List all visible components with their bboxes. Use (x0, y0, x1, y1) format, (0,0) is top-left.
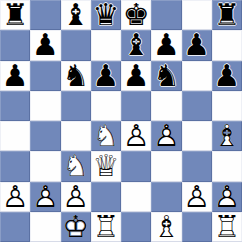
square-h2[interactable]: ♟♙ (212, 182, 242, 212)
chess-board: ♜♝♛♚♜♟♝♟♟♟♞♟♟♞♟♞♘♟♙♟♙♝♗♞♘♛♕♟♙♟♙♟♙♟♙♟♙♚♔♜… (0, 0, 242, 242)
square-c7[interactable] (61, 30, 91, 60)
square-e2[interactable] (121, 182, 151, 212)
square-f3[interactable] (151, 151, 181, 181)
white-pawn-outline-glyph: ♙ (61, 182, 91, 212)
piece-white-queen[interactable]: ♛♕ (91, 151, 121, 181)
piece-white-pawn[interactable]: ♟♙ (121, 121, 151, 151)
piece-black-pawn[interactable]: ♟ (151, 30, 181, 60)
square-f8[interactable] (151, 0, 181, 30)
piece-white-knight[interactable]: ♞♘ (91, 121, 121, 151)
square-b3[interactable] (30, 151, 60, 181)
black-rook-fill-glyph: ♜ (212, 0, 242, 30)
square-f2[interactable] (151, 182, 181, 212)
square-f4[interactable]: ♟♙ (151, 121, 181, 151)
piece-black-rook[interactable]: ♜ (0, 0, 30, 30)
black-pawn-fill-glyph: ♟ (30, 30, 60, 60)
piece-white-king[interactable]: ♚♔ (61, 212, 91, 242)
square-a5[interactable] (0, 91, 30, 121)
piece-white-pawn[interactable]: ♟♙ (182, 182, 212, 212)
black-king-fill-glyph: ♚ (121, 0, 151, 30)
black-pawn-fill-glyph: ♟ (0, 61, 30, 91)
piece-white-pawn[interactable]: ♟♙ (151, 121, 181, 151)
square-e1[interactable] (121, 212, 151, 242)
square-h6[interactable]: ♟ (212, 61, 242, 91)
piece-white-pawn[interactable]: ♟♙ (30, 182, 60, 212)
square-e4[interactable]: ♟♙ (121, 121, 151, 151)
black-rook-fill-glyph: ♜ (0, 0, 30, 30)
piece-black-knight[interactable]: ♞ (151, 61, 181, 91)
white-knight-outline-glyph: ♘ (91, 121, 121, 151)
white-pawn-outline-glyph: ♙ (121, 121, 151, 151)
square-g1[interactable] (182, 212, 212, 242)
square-c2[interactable]: ♟♙ (61, 182, 91, 212)
square-b8[interactable] (30, 0, 60, 30)
piece-black-knight[interactable]: ♞ (61, 61, 91, 91)
square-d7[interactable] (91, 30, 121, 60)
square-e7[interactable]: ♝ (121, 30, 151, 60)
square-c6[interactable]: ♞ (61, 61, 91, 91)
black-pawn-fill-glyph: ♟ (91, 61, 121, 91)
white-knight-outline-glyph: ♘ (61, 151, 91, 181)
piece-white-pawn[interactable]: ♟♙ (61, 182, 91, 212)
square-d2[interactable] (91, 182, 121, 212)
white-bishop-outline-glyph: ♗ (151, 212, 181, 242)
square-f1[interactable]: ♝♗ (151, 212, 181, 242)
piece-black-pawn[interactable]: ♟ (212, 61, 242, 91)
square-h4[interactable]: ♝♗ (212, 121, 242, 151)
square-b5[interactable] (30, 91, 60, 121)
piece-white-bishop[interactable]: ♝♗ (212, 121, 242, 151)
square-d4[interactable]: ♞♘ (91, 121, 121, 151)
square-e5[interactable] (121, 91, 151, 121)
black-knight-fill-glyph: ♞ (61, 61, 91, 91)
square-g4[interactable] (182, 121, 212, 151)
square-a3[interactable] (0, 151, 30, 181)
piece-black-pawn[interactable]: ♟ (91, 61, 121, 91)
black-pawn-fill-glyph: ♟ (182, 30, 212, 60)
square-g6[interactable] (182, 61, 212, 91)
square-g8[interactable] (182, 0, 212, 30)
square-d5[interactable] (91, 91, 121, 121)
square-g7[interactable]: ♟ (182, 30, 212, 60)
white-pawn-outline-glyph: ♙ (30, 182, 60, 212)
square-e3[interactable] (121, 151, 151, 181)
square-b6[interactable] (30, 61, 60, 91)
square-h7[interactable] (212, 30, 242, 60)
piece-white-rook[interactable]: ♜♖ (212, 212, 242, 242)
black-pawn-fill-glyph: ♟ (121, 61, 151, 91)
white-rook-outline-glyph: ♖ (212, 212, 242, 242)
piece-black-rook[interactable]: ♜ (212, 0, 242, 30)
square-a2[interactable]: ♟♙ (0, 182, 30, 212)
square-a8[interactable]: ♜ (0, 0, 30, 30)
square-h5[interactable] (212, 91, 242, 121)
piece-black-bishop[interactable]: ♝ (61, 0, 91, 30)
square-d6[interactable]: ♟ (91, 61, 121, 91)
square-c5[interactable] (61, 91, 91, 121)
square-g2[interactable]: ♟♙ (182, 182, 212, 212)
black-bishop-fill-glyph: ♝ (121, 30, 151, 60)
square-g3[interactable] (182, 151, 212, 181)
white-king-outline-glyph: ♔ (61, 212, 91, 242)
piece-white-rook[interactable]: ♜♖ (91, 212, 121, 242)
black-bishop-fill-glyph: ♝ (61, 0, 91, 30)
square-d1[interactable]: ♜♖ (91, 212, 121, 242)
square-b2[interactable]: ♟♙ (30, 182, 60, 212)
piece-black-pawn[interactable]: ♟ (30, 30, 60, 60)
black-knight-fill-glyph: ♞ (151, 61, 181, 91)
black-pawn-fill-glyph: ♟ (212, 61, 242, 91)
piece-white-knight[interactable]: ♞♘ (61, 151, 91, 181)
square-b4[interactable] (30, 121, 60, 151)
square-c3[interactable]: ♞♘ (61, 151, 91, 181)
square-f7[interactable]: ♟ (151, 30, 181, 60)
white-pawn-outline-glyph: ♙ (151, 121, 181, 151)
square-e6[interactable]: ♟ (121, 61, 151, 91)
square-e8[interactable]: ♚ (121, 0, 151, 30)
square-h3[interactable] (212, 151, 242, 181)
square-a4[interactable] (0, 121, 30, 151)
square-a6[interactable]: ♟ (0, 61, 30, 91)
square-d3[interactable]: ♛♕ (91, 151, 121, 181)
white-bishop-outline-glyph: ♗ (212, 121, 242, 151)
black-pawn-fill-glyph: ♟ (151, 30, 181, 60)
square-b7[interactable]: ♟ (30, 30, 60, 60)
white-queen-outline-glyph: ♕ (91, 151, 121, 181)
square-c4[interactable] (61, 121, 91, 151)
square-c8[interactable]: ♝ (61, 0, 91, 30)
square-f6[interactable]: ♞ (151, 61, 181, 91)
square-h1[interactable]: ♜♖ (212, 212, 242, 242)
piece-black-pawn[interactable]: ♟ (121, 61, 151, 91)
black-queen-fill-glyph: ♛ (91, 0, 121, 30)
white-rook-outline-glyph: ♖ (91, 212, 121, 242)
square-a7[interactable] (0, 30, 30, 60)
piece-black-pawn[interactable]: ♟ (182, 30, 212, 60)
white-pawn-outline-glyph: ♙ (0, 182, 30, 212)
square-b1[interactable] (30, 212, 60, 242)
piece-black-pawn[interactable]: ♟ (0, 61, 30, 91)
piece-black-king[interactable]: ♚ (121, 0, 151, 30)
square-a1[interactable] (0, 212, 30, 242)
piece-white-pawn[interactable]: ♟♙ (212, 182, 242, 212)
square-c1[interactable]: ♚♔ (61, 212, 91, 242)
square-g5[interactable] (182, 91, 212, 121)
white-pawn-outline-glyph: ♙ (182, 182, 212, 212)
piece-black-queen[interactable]: ♛ (91, 0, 121, 30)
white-pawn-outline-glyph: ♙ (212, 182, 242, 212)
square-h8[interactable]: ♜ (212, 0, 242, 30)
chess-board-container: ♜♝♛♚♜♟♝♟♟♟♞♟♟♞♟♞♘♟♙♟♙♝♗♞♘♛♕♟♙♟♙♟♙♟♙♟♙♚♔♜… (0, 0, 242, 242)
square-f5[interactable] (151, 91, 181, 121)
piece-white-bishop[interactable]: ♝♗ (151, 212, 181, 242)
square-d8[interactable]: ♛ (91, 0, 121, 30)
piece-black-bishop[interactable]: ♝ (121, 30, 151, 60)
piece-white-pawn[interactable]: ♟♙ (0, 182, 30, 212)
